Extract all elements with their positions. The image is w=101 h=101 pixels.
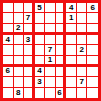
sudoku-cell-empty[interactable] — [3, 3, 14, 13]
sudoku-cell-empty[interactable] — [87, 24, 98, 35]
sudoku-cell-empty[interactable] — [14, 67, 25, 77]
sudoku-cell-given: 1 — [66, 13, 77, 23]
sudoku-cell-empty[interactable] — [87, 88, 98, 98]
sudoku-cell-empty[interactable] — [14, 35, 25, 45]
sudoku-cell-empty[interactable] — [35, 13, 46, 23]
given-digit: 1 — [69, 14, 73, 22]
sudoku-cell-given: 4 — [35, 67, 46, 77]
given-digit: 3 — [26, 36, 30, 44]
sudoku-cell-empty[interactable] — [66, 35, 77, 45]
given-digit: 4 — [69, 4, 73, 12]
sudoku-cell-empty[interactable] — [35, 24, 46, 35]
sudoku-cell-given: 3 — [35, 77, 46, 87]
sudoku-cell-empty[interactable] — [45, 35, 56, 45]
sudoku-cell-empty[interactable] — [35, 35, 46, 45]
sudoku-cell-empty[interactable] — [56, 45, 67, 55]
sudoku-cell-empty[interactable] — [14, 56, 25, 67]
sudoku-board: 54671243721643786 — [0, 0, 101, 101]
sudoku-cell-empty[interactable] — [24, 77, 35, 87]
sudoku-cell-empty[interactable] — [35, 88, 46, 98]
sudoku-cell-empty[interactable] — [56, 67, 67, 77]
given-digit: 7 — [79, 78, 83, 86]
sudoku-cell-empty[interactable] — [14, 3, 25, 13]
given-digit: 5 — [37, 4, 41, 12]
sudoku-cell-empty[interactable] — [24, 24, 35, 35]
sudoku-cell-empty[interactable] — [77, 35, 88, 45]
given-digit: 2 — [16, 24, 20, 32]
sudoku-cell-empty[interactable] — [77, 88, 88, 98]
sudoku-cell-empty[interactable] — [3, 45, 14, 55]
given-digit: 7 — [26, 14, 30, 22]
sudoku-cell-given: 3 — [24, 35, 35, 45]
sudoku-cell-given: 5 — [35, 3, 46, 13]
sudoku-cell-empty[interactable] — [45, 13, 56, 23]
given-digit: 6 — [6, 67, 10, 75]
sudoku-cell-empty[interactable] — [77, 3, 88, 13]
given-digit: 1 — [48, 56, 52, 64]
sudoku-cell-empty[interactable] — [3, 24, 14, 35]
given-digit: 3 — [37, 78, 41, 86]
sudoku-cell-empty[interactable] — [3, 88, 14, 98]
sudoku-cell-empty[interactable] — [56, 56, 67, 67]
sudoku-cell-empty[interactable] — [87, 67, 98, 77]
sudoku-cell-empty[interactable] — [45, 3, 56, 13]
sudoku-cell-empty[interactable] — [45, 67, 56, 77]
sudoku-cell-empty[interactable] — [87, 77, 98, 87]
sudoku-cell-empty[interactable] — [24, 56, 35, 67]
sudoku-cell-empty[interactable] — [3, 13, 14, 23]
sudoku-cell-empty[interactable] — [56, 35, 67, 45]
sudoku-cell-empty[interactable] — [56, 13, 67, 23]
sudoku-cell-empty[interactable] — [66, 67, 77, 77]
sudoku-cell-empty[interactable] — [24, 45, 35, 55]
given-digit: 7 — [48, 46, 52, 54]
sudoku-cell-given: 1 — [45, 56, 56, 67]
sudoku-cell-empty[interactable] — [56, 77, 67, 87]
sudoku-cell-empty[interactable] — [14, 45, 25, 55]
sudoku-cell-empty[interactable] — [66, 24, 77, 35]
sudoku-cell-empty[interactable] — [35, 56, 46, 67]
sudoku-cell-empty[interactable] — [77, 13, 88, 23]
sudoku-cell-given: 6 — [87, 3, 98, 13]
sudoku-cell-given: 4 — [3, 35, 14, 45]
sudoku-cell-empty[interactable] — [56, 3, 67, 13]
sudoku-cell-empty[interactable] — [35, 45, 46, 55]
sudoku-cell-empty[interactable] — [66, 88, 77, 98]
sudoku-cell-given: 7 — [24, 13, 35, 23]
sudoku-cell-given: 4 — [66, 3, 77, 13]
sudoku-cell-empty[interactable] — [87, 13, 98, 23]
sudoku-cell-empty[interactable] — [45, 24, 56, 35]
sudoku-cell-empty[interactable] — [77, 24, 88, 35]
sudoku-cell-empty[interactable] — [24, 88, 35, 98]
sudoku-cell-given: 2 — [14, 24, 25, 35]
given-digit: 6 — [57, 89, 61, 97]
sudoku-cell-empty[interactable] — [3, 77, 14, 87]
sudoku-cell-empty[interactable] — [14, 77, 25, 87]
sudoku-cell-empty[interactable] — [87, 56, 98, 67]
given-digit: 2 — [79, 46, 83, 54]
sudoku-cell-empty[interactable] — [45, 77, 56, 87]
sudoku-cell-empty[interactable] — [24, 67, 35, 77]
sudoku-cell-given: 2 — [77, 45, 88, 55]
sudoku-cell-given: 8 — [14, 88, 25, 98]
sudoku-cell-empty[interactable] — [66, 45, 77, 55]
sudoku-cell-empty[interactable] — [3, 56, 14, 67]
sudoku-cell-empty[interactable] — [77, 56, 88, 67]
sudoku-cell-empty[interactable] — [24, 3, 35, 13]
given-digit: 8 — [16, 89, 20, 97]
given-digit: 4 — [37, 67, 41, 75]
given-digit: 6 — [90, 4, 94, 12]
sudoku-cell-given: 7 — [77, 77, 88, 87]
sudoku-cell-given: 6 — [3, 67, 14, 77]
sudoku-cell-empty[interactable] — [87, 35, 98, 45]
sudoku-cell-empty[interactable] — [87, 45, 98, 55]
sudoku-cell-given: 6 — [56, 88, 67, 98]
sudoku-cell-empty[interactable] — [45, 88, 56, 98]
sudoku-cell-empty[interactable] — [77, 67, 88, 77]
sudoku-cell-empty[interactable] — [66, 56, 77, 67]
given-digit: 4 — [6, 36, 10, 44]
sudoku-cell-empty[interactable] — [56, 24, 67, 35]
sudoku-cell-empty[interactable] — [66, 77, 77, 87]
